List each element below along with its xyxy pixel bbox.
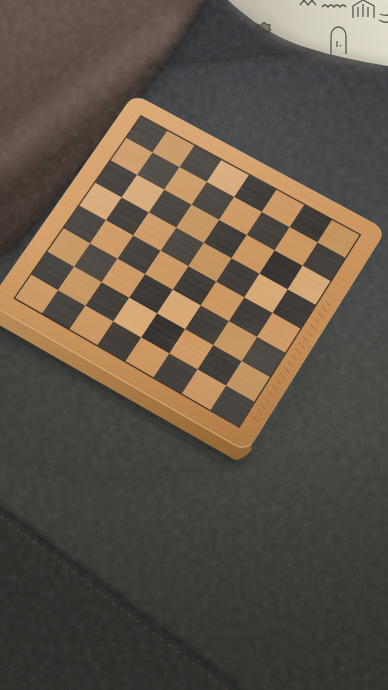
photo-canvas: [0, 0, 388, 690]
vignette: [0, 0, 388, 690]
scene-couch-with-chessboard: [0, 0, 388, 690]
